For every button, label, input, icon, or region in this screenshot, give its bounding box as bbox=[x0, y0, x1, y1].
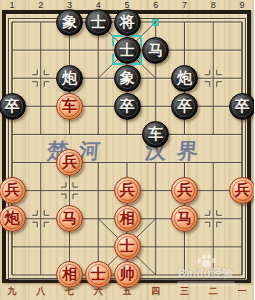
piece-glyph: 兵 bbox=[120, 177, 135, 204]
piece-glyph: 马 bbox=[62, 205, 77, 232]
piece-glyph: 象 bbox=[62, 9, 77, 36]
piece-red-帅-5-10[interactable]: 帅 bbox=[114, 261, 141, 288]
file-label-bottom-1: 九 bbox=[5, 286, 19, 296]
piece-glyph: 炮 bbox=[62, 65, 77, 92]
piece-glyph: 车 bbox=[62, 93, 77, 120]
piece-black-车-6-5[interactable]: 车 bbox=[142, 121, 169, 148]
file-label-top-2: 2 bbox=[34, 0, 48, 10]
piece-black-卒-1-4[interactable]: 卒 bbox=[0, 93, 26, 120]
piece-glyph: 相 bbox=[62, 261, 77, 288]
piece-black-将-5-1[interactable]: 将 bbox=[114, 9, 141, 36]
piece-glyph: 卒 bbox=[120, 93, 135, 120]
piece-red-炮-1-8[interactable]: 炮 bbox=[0, 205, 26, 232]
file-label-top-9: 9 bbox=[235, 0, 249, 10]
piece-glyph: 炮 bbox=[177, 65, 192, 92]
piece-glyph: 兵 bbox=[5, 177, 20, 204]
piece-black-马-6-2[interactable]: 马 bbox=[142, 37, 169, 64]
file-label-bottom-2: 八 bbox=[34, 286, 48, 296]
file-label-top-1: 1 bbox=[5, 0, 19, 10]
file-label-bottom-7: 三 bbox=[178, 286, 192, 296]
piece-red-士-4-10[interactable]: 士 bbox=[85, 261, 112, 288]
piece-glyph: 象 bbox=[120, 65, 135, 92]
piece-black-象-3-1[interactable]: 象 bbox=[56, 9, 83, 36]
piece-black-炮-3-3[interactable]: 炮 bbox=[56, 65, 83, 92]
piece-red-兵-1-7[interactable]: 兵 bbox=[0, 177, 26, 204]
piece-glyph: 士 bbox=[120, 233, 135, 260]
piece-glyph: 士 bbox=[91, 9, 106, 36]
file-label-bottom-6: 四 bbox=[149, 286, 163, 296]
file-label-bottom-8: 二 bbox=[206, 286, 220, 296]
piece-black-卒-5-4[interactable]: 卒 bbox=[114, 93, 141, 120]
piece-black-象-5-3[interactable]: 象 bbox=[114, 65, 141, 92]
piece-glyph: 士 bbox=[120, 37, 135, 64]
piece-glyph: 相 bbox=[120, 205, 135, 232]
piece-red-车-3-4[interactable]: 车 bbox=[56, 93, 83, 120]
piece-red-兵-7-7[interactable]: 兵 bbox=[171, 177, 198, 204]
file-label-bottom-9: 一 bbox=[235, 286, 249, 296]
piece-glyph: 卒 bbox=[235, 93, 250, 120]
piece-red-士-5-9[interactable]: 士 bbox=[114, 233, 141, 260]
piece-glyph: 将 bbox=[120, 9, 135, 36]
piece-glyph: 兵 bbox=[62, 149, 77, 176]
file-label-top-6: 6 bbox=[149, 0, 163, 10]
piece-black-卒-7-4[interactable]: 卒 bbox=[171, 93, 198, 120]
file-label-top-8: 8 bbox=[206, 0, 220, 10]
piece-black-炮-7-3[interactable]: 炮 bbox=[171, 65, 198, 92]
piece-glyph: 炮 bbox=[5, 205, 20, 232]
piece-red-相-3-10[interactable]: 相 bbox=[56, 261, 83, 288]
piece-glyph: 兵 bbox=[235, 177, 250, 204]
piece-glyph: 卒 bbox=[5, 93, 20, 120]
xiangqi-app: 123456789 九八七六五四三二一 楚河 汉界 象士将士马炮象炮卒车卒卒卒车… bbox=[0, 0, 254, 300]
piece-glyph: 卒 bbox=[177, 93, 192, 120]
piece-glyph: 帅 bbox=[120, 261, 135, 288]
piece-red-兵-3-6[interactable]: 兵 bbox=[56, 149, 83, 176]
piece-glyph: 马 bbox=[148, 37, 163, 64]
piece-glyph: 车 bbox=[148, 121, 163, 148]
piece-red-相-5-8[interactable]: 相 bbox=[114, 205, 141, 232]
piece-glyph: 马 bbox=[177, 205, 192, 232]
piece-black-士-5-2[interactable]: 士 bbox=[114, 37, 141, 64]
piece-black-卒-9-4[interactable]: 卒 bbox=[229, 93, 255, 120]
piece-red-兵-9-7[interactable]: 兵 bbox=[229, 177, 255, 204]
move-origin-marker bbox=[152, 19, 159, 26]
piece-black-士-4-1[interactable]: 士 bbox=[85, 9, 112, 36]
file-label-top-7: 7 bbox=[178, 0, 192, 10]
piece-glyph: 兵 bbox=[177, 177, 192, 204]
piece-red-兵-5-7[interactable]: 兵 bbox=[114, 177, 141, 204]
piece-glyph: 士 bbox=[91, 261, 106, 288]
